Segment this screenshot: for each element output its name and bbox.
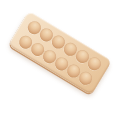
product-photo-stage bbox=[0, 0, 120, 120]
mancala-board bbox=[8, 11, 112, 95]
